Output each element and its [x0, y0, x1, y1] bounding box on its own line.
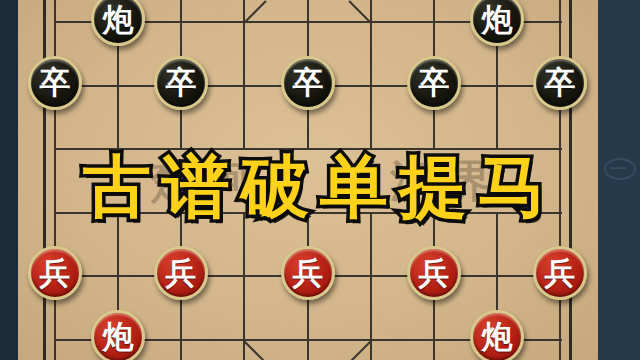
- grid-line: [569, 0, 572, 360]
- red-soldier-piece[interactable]: 兵: [407, 246, 461, 300]
- piece-character: 卒: [40, 67, 71, 98]
- grid-line: [43, 0, 46, 360]
- red-cannon-piece[interactable]: 炮: [470, 310, 524, 360]
- black-soldier-piece[interactable]: 卒: [533, 56, 587, 110]
- watermark-logo-icon: [604, 158, 636, 180]
- grid-line: [559, 0, 561, 360]
- piece-character: 兵: [40, 258, 71, 289]
- red-soldier-piece[interactable]: 兵: [281, 246, 335, 300]
- piece-character: 卒: [419, 67, 450, 98]
- piece-character: 炮: [482, 321, 513, 352]
- grid-line: [54, 0, 56, 360]
- piece-character: 兵: [545, 258, 576, 289]
- red-soldier-piece[interactable]: 兵: [533, 246, 587, 300]
- piece-character: 炮: [482, 4, 513, 35]
- red-cannon-piece[interactable]: 炮: [91, 310, 145, 360]
- piece-character: 卒: [545, 67, 576, 98]
- black-soldier-piece[interactable]: 卒: [154, 56, 208, 110]
- piece-character: 炮: [103, 4, 134, 35]
- letterbox-left: [0, 0, 18, 360]
- grid-line: [243, 340, 265, 360]
- piece-character: 兵: [293, 258, 324, 289]
- black-soldier-piece[interactable]: 卒: [407, 56, 461, 110]
- red-soldier-piece[interactable]: 兵: [28, 246, 82, 300]
- video-title-overlay: 古谱破单提马: [83, 142, 557, 233]
- piece-character: 兵: [166, 258, 197, 289]
- black-soldier-piece[interactable]: 卒: [28, 56, 82, 110]
- piece-character: 卒: [166, 67, 197, 98]
- letterbox-right: [598, 0, 640, 360]
- piece-character: 卒: [293, 67, 324, 98]
- video-frame: 楚河汉界 炮炮卒卒卒卒卒兵兵兵兵兵炮炮古谱破单提马: [0, 0, 640, 360]
- grid-line: [350, 340, 372, 360]
- black-soldier-piece[interactable]: 卒: [281, 56, 335, 110]
- piece-character: 兵: [419, 258, 450, 289]
- piece-character: 炮: [103, 321, 134, 352]
- red-soldier-piece[interactable]: 兵: [154, 246, 208, 300]
